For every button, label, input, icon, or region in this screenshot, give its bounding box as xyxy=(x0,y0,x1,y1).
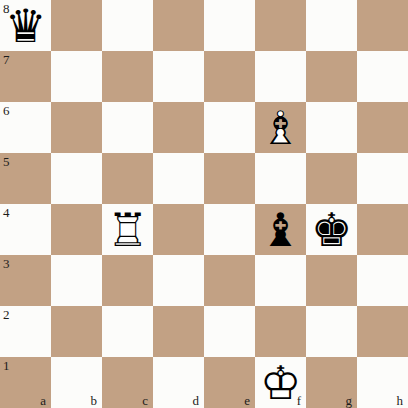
piece-black-king[interactable]: ♚ xyxy=(306,204,357,255)
square-e4[interactable] xyxy=(204,204,255,255)
piece-white-king[interactable]: ♚♔ xyxy=(255,357,306,408)
square-h6[interactable] xyxy=(357,102,408,153)
square-f2[interactable] xyxy=(255,306,306,357)
square-g5[interactable] xyxy=(306,153,357,204)
square-a4[interactable]: 4 xyxy=(0,204,51,255)
square-d6[interactable] xyxy=(153,102,204,153)
file-label-a: a xyxy=(40,394,46,407)
rook-glyph-outline: ♖ xyxy=(102,204,153,255)
square-h7[interactable] xyxy=(357,51,408,102)
square-b2[interactable] xyxy=(51,306,102,357)
square-c7[interactable] xyxy=(102,51,153,102)
square-c6[interactable] xyxy=(102,102,153,153)
square-b1[interactable]: b xyxy=(51,357,102,408)
king-glyph-outline: ♔ xyxy=(255,357,306,408)
square-e1[interactable]: e xyxy=(204,357,255,408)
square-a5[interactable]: 5 xyxy=(0,153,51,204)
square-a7[interactable]: 7 xyxy=(0,51,51,102)
square-e5[interactable] xyxy=(204,153,255,204)
file-label-d: d xyxy=(193,394,200,407)
square-b3[interactable] xyxy=(51,255,102,306)
rank-label-4: 4 xyxy=(3,206,10,219)
file-label-g: g xyxy=(346,394,353,407)
square-c3[interactable] xyxy=(102,255,153,306)
rank-label-1: 1 xyxy=(3,359,10,372)
file-label-h: h xyxy=(397,394,404,407)
square-d7[interactable] xyxy=(153,51,204,102)
square-b6[interactable] xyxy=(51,102,102,153)
bishop-glyph: ♝ xyxy=(255,204,306,255)
file-label-b: b xyxy=(91,394,98,407)
rank-label-2: 2 xyxy=(3,308,10,321)
square-h8[interactable] xyxy=(357,0,408,51)
square-e3[interactable] xyxy=(204,255,255,306)
square-g4[interactable]: ♚ xyxy=(306,204,357,255)
file-label-e: e xyxy=(244,394,250,407)
square-b5[interactable] xyxy=(51,153,102,204)
square-f3[interactable] xyxy=(255,255,306,306)
square-a3[interactable]: 3 xyxy=(0,255,51,306)
piece-white-rook[interactable]: ♜♖ xyxy=(102,204,153,255)
square-a1[interactable]: 1a xyxy=(0,357,51,408)
square-g3[interactable] xyxy=(306,255,357,306)
chess-board: 8♛76♝♗54♜♖♝♚321abcdef♚♔gh xyxy=(0,0,408,408)
square-b4[interactable] xyxy=(51,204,102,255)
piece-white-bishop[interactable]: ♝♗ xyxy=(255,102,306,153)
square-g6[interactable] xyxy=(306,102,357,153)
piece-black-bishop[interactable]: ♝ xyxy=(255,204,306,255)
square-h5[interactable] xyxy=(357,153,408,204)
square-a8[interactable]: 8♛ xyxy=(0,0,51,51)
king-glyph: ♚ xyxy=(306,204,357,255)
square-b8[interactable] xyxy=(51,0,102,51)
square-c5[interactable] xyxy=(102,153,153,204)
rank-label-5: 5 xyxy=(3,155,10,168)
square-g8[interactable] xyxy=(306,0,357,51)
square-d4[interactable] xyxy=(153,204,204,255)
square-e6[interactable] xyxy=(204,102,255,153)
square-h2[interactable] xyxy=(357,306,408,357)
square-f1[interactable]: f♚♔ xyxy=(255,357,306,408)
square-h3[interactable] xyxy=(357,255,408,306)
file-label-c: c xyxy=(142,394,148,407)
square-b7[interactable] xyxy=(51,51,102,102)
square-f4[interactable]: ♝ xyxy=(255,204,306,255)
square-f8[interactable] xyxy=(255,0,306,51)
rank-label-3: 3 xyxy=(3,257,10,270)
rank-label-7: 7 xyxy=(3,53,10,66)
square-g2[interactable] xyxy=(306,306,357,357)
square-c2[interactable] xyxy=(102,306,153,357)
square-f6[interactable]: ♝♗ xyxy=(255,102,306,153)
square-g1[interactable]: g xyxy=(306,357,357,408)
square-c1[interactable]: c xyxy=(102,357,153,408)
bishop-glyph-outline: ♗ xyxy=(255,102,306,153)
square-f7[interactable] xyxy=(255,51,306,102)
square-e8[interactable] xyxy=(204,0,255,51)
square-c4[interactable]: ♜♖ xyxy=(102,204,153,255)
square-h1[interactable]: h xyxy=(357,357,408,408)
square-d5[interactable] xyxy=(153,153,204,204)
square-d2[interactable] xyxy=(153,306,204,357)
square-g7[interactable] xyxy=(306,51,357,102)
square-e7[interactable] xyxy=(204,51,255,102)
square-d3[interactable] xyxy=(153,255,204,306)
square-d1[interactable]: d xyxy=(153,357,204,408)
square-c8[interactable] xyxy=(102,0,153,51)
queen-glyph: ♛ xyxy=(0,0,51,51)
square-f5[interactable] xyxy=(255,153,306,204)
square-a2[interactable]: 2 xyxy=(0,306,51,357)
square-a6[interactable]: 6 xyxy=(0,102,51,153)
piece-black-queen[interactable]: ♛ xyxy=(0,0,51,51)
square-e2[interactable] xyxy=(204,306,255,357)
square-h4[interactable] xyxy=(357,204,408,255)
rank-label-6: 6 xyxy=(3,104,10,117)
square-d8[interactable] xyxy=(153,0,204,51)
